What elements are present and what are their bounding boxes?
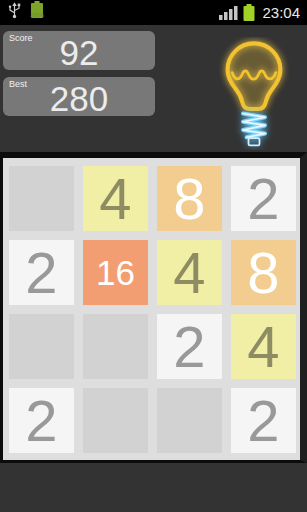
empty-cell (9, 314, 74, 379)
score-box: Score 92 (3, 31, 155, 70)
tile-16: 16 (83, 240, 148, 305)
tile-8: 8 (157, 166, 222, 231)
phone-screen: 100% 23:04 Score 92 (0, 0, 307, 512)
tile-4: 4 (231, 314, 296, 379)
usb-icon (7, 1, 22, 20)
score-panel: Score 92 Best 280 (3, 31, 155, 116)
empty-cell (9, 166, 74, 231)
tile-2: 2 (9, 240, 74, 305)
signal-strength-icon (219, 5, 239, 20)
best-box: Best 280 (3, 77, 155, 116)
best-value: 280 (50, 77, 108, 116)
status-bar: 100% 23:04 (0, 0, 307, 25)
board-frame: 482216482422 (0, 152, 307, 463)
game-board[interactable]: 482216482422 (9, 166, 296, 453)
status-bar-right: 23:04 (219, 4, 300, 21)
tile-4: 4 (83, 166, 148, 231)
tile-2: 2 (231, 166, 296, 231)
lightbulb-icon[interactable] (213, 37, 295, 150)
battery-icon (243, 4, 255, 21)
battery-100-icon: 100% (30, 1, 44, 19)
tile-2: 2 (231, 388, 296, 453)
empty-cell (157, 388, 222, 453)
empty-cell (83, 314, 148, 379)
tile-8: 8 (231, 240, 296, 305)
score-label: Score (9, 33, 33, 43)
game-header: Score 92 Best 280 (0, 25, 307, 152)
best-label: Best (9, 79, 27, 89)
tile-4: 4 (157, 240, 222, 305)
status-time: 23:04 (262, 4, 300, 21)
empty-cell (83, 388, 148, 453)
tile-2: 2 (157, 314, 222, 379)
status-bar-left: 100% (7, 0, 44, 26)
score-value: 92 (60, 31, 99, 70)
battery-percent-label: 100% (30, 13, 44, 19)
bottom-area (0, 463, 307, 512)
tile-2: 2 (9, 388, 74, 453)
